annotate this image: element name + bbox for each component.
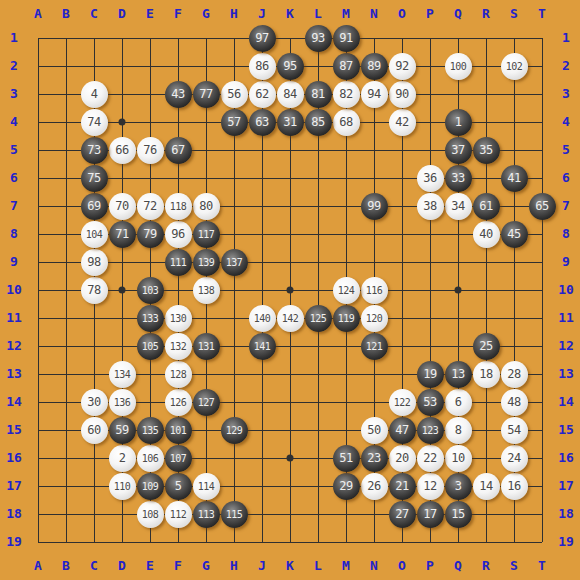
white-stone: 76 bbox=[137, 137, 164, 164]
move-number: 48 bbox=[507, 395, 520, 409]
black-stone: 35 bbox=[473, 137, 500, 164]
move-number: 79 bbox=[143, 227, 156, 241]
white-stone: 78 bbox=[81, 277, 108, 304]
move-number: 105 bbox=[142, 341, 159, 352]
move-number: 127 bbox=[198, 397, 215, 408]
move-number: 56 bbox=[227, 87, 240, 101]
black-stone: 59 bbox=[109, 417, 136, 444]
white-stone: 86 bbox=[249, 53, 276, 80]
black-stone: 141 bbox=[249, 333, 276, 360]
black-stone: 103 bbox=[137, 277, 164, 304]
white-stone: 8 bbox=[445, 417, 472, 444]
white-stone: 36 bbox=[417, 165, 444, 192]
move-number: 110 bbox=[114, 481, 131, 492]
move-number: 19 bbox=[423, 367, 436, 381]
black-stone: 87 bbox=[333, 53, 360, 80]
white-stone: 34 bbox=[445, 193, 472, 220]
white-stone: 134 bbox=[109, 361, 136, 388]
black-stone: 73 bbox=[81, 137, 108, 164]
white-stone: 116 bbox=[361, 277, 388, 304]
black-stone: 17 bbox=[417, 501, 444, 528]
move-number: 10 bbox=[451, 451, 464, 465]
white-stone: 6 bbox=[445, 389, 472, 416]
white-stone: 30 bbox=[81, 389, 108, 416]
black-stone: 79 bbox=[137, 221, 164, 248]
black-stone: 119 bbox=[333, 305, 360, 332]
white-stone: 50 bbox=[361, 417, 388, 444]
move-number: 70 bbox=[115, 199, 128, 213]
white-stone: 140 bbox=[249, 305, 276, 332]
black-stone: 27 bbox=[389, 501, 416, 528]
black-stone: 63 bbox=[249, 109, 276, 136]
black-stone: 105 bbox=[137, 333, 164, 360]
white-stone: 126 bbox=[165, 389, 192, 416]
white-stone: 138 bbox=[193, 277, 220, 304]
move-number: 66 bbox=[115, 143, 128, 157]
move-number: 137 bbox=[226, 257, 243, 268]
move-number: 80 bbox=[199, 199, 212, 213]
move-number: 73 bbox=[87, 143, 100, 157]
move-number: 31 bbox=[283, 115, 296, 129]
move-number: 15 bbox=[451, 507, 464, 521]
white-stone: 24 bbox=[501, 445, 528, 472]
move-number: 61 bbox=[479, 199, 492, 213]
white-stone: 12 bbox=[417, 473, 444, 500]
black-stone: 25 bbox=[473, 333, 500, 360]
move-number: 102 bbox=[506, 61, 523, 72]
move-number: 96 bbox=[171, 227, 184, 241]
black-stone: 93 bbox=[305, 25, 332, 52]
move-number: 33 bbox=[451, 171, 464, 185]
move-number: 12 bbox=[423, 479, 436, 493]
move-number: 95 bbox=[283, 59, 296, 73]
white-stone: 14 bbox=[473, 473, 500, 500]
white-stone: 112 bbox=[165, 501, 192, 528]
move-number: 68 bbox=[339, 115, 352, 129]
move-number: 59 bbox=[115, 423, 128, 437]
move-number: 132 bbox=[170, 341, 187, 352]
move-number: 27 bbox=[395, 507, 408, 521]
black-stone: 43 bbox=[165, 81, 192, 108]
move-number: 51 bbox=[339, 451, 352, 465]
black-stone: 89 bbox=[361, 53, 388, 80]
black-stone: 95 bbox=[277, 53, 304, 80]
black-stone: 129 bbox=[221, 417, 248, 444]
move-number: 119 bbox=[338, 313, 355, 324]
black-stone: 127 bbox=[193, 389, 220, 416]
white-stone: 136 bbox=[109, 389, 136, 416]
move-number: 65 bbox=[535, 199, 548, 213]
move-number: 17 bbox=[423, 507, 436, 521]
black-stone: 133 bbox=[137, 305, 164, 332]
black-stone: 107 bbox=[165, 445, 192, 472]
move-number: 77 bbox=[199, 87, 212, 101]
black-stone: 77 bbox=[193, 81, 220, 108]
star-point bbox=[455, 287, 462, 294]
move-number: 57 bbox=[227, 115, 240, 129]
move-number: 67 bbox=[171, 143, 184, 157]
move-number: 40 bbox=[479, 227, 492, 241]
black-stone: 125 bbox=[305, 305, 332, 332]
black-stone: 81 bbox=[305, 81, 332, 108]
white-stone: 130 bbox=[165, 305, 192, 332]
white-stone: 66 bbox=[109, 137, 136, 164]
move-number: 91 bbox=[339, 31, 352, 45]
black-stone: 111 bbox=[165, 249, 192, 276]
move-number: 125 bbox=[310, 313, 327, 324]
black-stone: 75 bbox=[81, 165, 108, 192]
black-stone: 123 bbox=[417, 417, 444, 444]
white-stone: 22 bbox=[417, 445, 444, 472]
move-number: 76 bbox=[143, 143, 156, 157]
move-number: 82 bbox=[339, 87, 352, 101]
move-number: 116 bbox=[366, 285, 383, 296]
move-number: 24 bbox=[507, 451, 520, 465]
move-number: 20 bbox=[395, 451, 408, 465]
move-number: 90 bbox=[395, 87, 408, 101]
move-number: 120 bbox=[366, 313, 383, 324]
star-point bbox=[119, 287, 126, 294]
black-stone: 5 bbox=[165, 473, 192, 500]
move-number: 21 bbox=[395, 479, 408, 493]
move-number: 126 bbox=[170, 397, 187, 408]
white-stone: 120 bbox=[361, 305, 388, 332]
black-stone: 65 bbox=[529, 193, 556, 220]
white-stone: 96 bbox=[165, 221, 192, 248]
black-stone: 135 bbox=[137, 417, 164, 444]
white-stone: 18 bbox=[473, 361, 500, 388]
move-number: 34 bbox=[451, 199, 464, 213]
move-number: 99 bbox=[367, 199, 380, 213]
black-stone: 33 bbox=[445, 165, 472, 192]
move-number: 16 bbox=[507, 479, 520, 493]
white-stone: 74 bbox=[81, 109, 108, 136]
move-number: 8 bbox=[455, 423, 462, 437]
go-game-diagram: ABCDEFGHJKLMNOPQRST ABCDEFGHJKLMNOPQRST … bbox=[0, 0, 580, 580]
black-stone: 21 bbox=[389, 473, 416, 500]
move-number: 112 bbox=[170, 509, 187, 520]
white-stone: 100 bbox=[445, 53, 472, 80]
move-number: 114 bbox=[198, 481, 215, 492]
white-stone: 92 bbox=[389, 53, 416, 80]
move-number: 62 bbox=[255, 87, 268, 101]
white-stone: 82 bbox=[333, 81, 360, 108]
white-stone: 80 bbox=[193, 193, 220, 220]
black-stone: 69 bbox=[81, 193, 108, 220]
black-stone: 113 bbox=[193, 501, 220, 528]
move-number: 47 bbox=[395, 423, 408, 437]
white-stone: 48 bbox=[501, 389, 528, 416]
move-number: 41 bbox=[507, 171, 520, 185]
move-number: 118 bbox=[170, 201, 187, 212]
move-number: 85 bbox=[311, 115, 324, 129]
move-number: 108 bbox=[142, 509, 159, 520]
black-stone: 47 bbox=[389, 417, 416, 444]
white-stone: 16 bbox=[501, 473, 528, 500]
white-stone: 132 bbox=[165, 333, 192, 360]
white-stone: 20 bbox=[389, 445, 416, 472]
move-number: 72 bbox=[143, 199, 156, 213]
move-number: 106 bbox=[142, 453, 159, 464]
move-number: 6 bbox=[455, 395, 462, 409]
white-stone: 38 bbox=[417, 193, 444, 220]
move-number: 139 bbox=[198, 257, 215, 268]
move-number: 92 bbox=[395, 59, 408, 73]
move-number: 23 bbox=[367, 451, 380, 465]
black-stone: 13 bbox=[445, 361, 472, 388]
move-number: 37 bbox=[451, 143, 464, 157]
move-number: 107 bbox=[170, 453, 187, 464]
move-number: 86 bbox=[255, 59, 268, 73]
white-stone: 62 bbox=[249, 81, 276, 108]
move-number: 111 bbox=[170, 257, 187, 268]
move-number: 84 bbox=[283, 87, 296, 101]
move-number: 22 bbox=[423, 451, 436, 465]
black-stone: 61 bbox=[473, 193, 500, 220]
black-stone: 117 bbox=[193, 221, 220, 248]
move-number: 60 bbox=[87, 423, 100, 437]
black-stone: 99 bbox=[361, 193, 388, 220]
black-stone: 97 bbox=[249, 25, 276, 52]
black-stone: 15 bbox=[445, 501, 472, 528]
move-number: 97 bbox=[255, 31, 268, 45]
white-stone: 4 bbox=[81, 81, 108, 108]
black-stone: 1 bbox=[445, 109, 472, 136]
white-stone: 54 bbox=[501, 417, 528, 444]
white-stone: 90 bbox=[389, 81, 416, 108]
move-number: 75 bbox=[87, 171, 100, 185]
move-number: 121 bbox=[366, 341, 383, 352]
move-number: 117 bbox=[198, 229, 215, 240]
black-stone: 19 bbox=[417, 361, 444, 388]
black-stone: 31 bbox=[277, 109, 304, 136]
move-number: 42 bbox=[395, 115, 408, 129]
black-stone: 53 bbox=[417, 389, 444, 416]
white-stone: 118 bbox=[165, 193, 192, 220]
move-number: 13 bbox=[451, 367, 464, 381]
white-stone: 72 bbox=[137, 193, 164, 220]
move-number: 131 bbox=[198, 341, 215, 352]
white-stone: 2 bbox=[109, 445, 136, 472]
black-stone: 37 bbox=[445, 137, 472, 164]
move-number: 54 bbox=[507, 423, 520, 437]
white-stone: 70 bbox=[109, 193, 136, 220]
move-number: 25 bbox=[479, 339, 492, 353]
move-number: 133 bbox=[142, 313, 159, 324]
white-stone: 68 bbox=[333, 109, 360, 136]
move-number: 2 bbox=[119, 451, 126, 465]
white-stone: 114 bbox=[193, 473, 220, 500]
black-stone: 51 bbox=[333, 445, 360, 472]
white-stone: 26 bbox=[361, 473, 388, 500]
white-stone: 94 bbox=[361, 81, 388, 108]
black-stone: 57 bbox=[221, 109, 248, 136]
black-stone: 67 bbox=[165, 137, 192, 164]
black-stone: 137 bbox=[221, 249, 248, 276]
white-stone: 128 bbox=[165, 361, 192, 388]
move-number: 134 bbox=[114, 369, 131, 380]
move-number: 94 bbox=[367, 87, 380, 101]
move-number: 63 bbox=[255, 115, 268, 129]
white-stone: 28 bbox=[501, 361, 528, 388]
move-number: 100 bbox=[450, 61, 467, 72]
black-stone: 23 bbox=[361, 445, 388, 472]
move-number: 78 bbox=[87, 283, 100, 297]
white-stone: 56 bbox=[221, 81, 248, 108]
white-stone: 124 bbox=[333, 277, 360, 304]
white-stone: 104 bbox=[81, 221, 108, 248]
move-number: 87 bbox=[339, 59, 352, 73]
white-stone: 40 bbox=[473, 221, 500, 248]
black-stone: 101 bbox=[165, 417, 192, 444]
move-number: 98 bbox=[87, 255, 100, 269]
move-number: 36 bbox=[423, 171, 436, 185]
move-number: 93 bbox=[311, 31, 324, 45]
star-point bbox=[287, 287, 294, 294]
black-stone: 71 bbox=[109, 221, 136, 248]
move-number: 124 bbox=[338, 285, 355, 296]
black-stone: 131 bbox=[193, 333, 220, 360]
move-number: 18 bbox=[479, 367, 492, 381]
star-point bbox=[119, 119, 126, 126]
move-number: 109 bbox=[142, 481, 159, 492]
move-number: 3 bbox=[455, 479, 462, 493]
move-number: 115 bbox=[226, 509, 243, 520]
move-number: 71 bbox=[115, 227, 128, 241]
move-number: 5 bbox=[175, 479, 182, 493]
move-number: 129 bbox=[226, 425, 243, 436]
black-stone: 109 bbox=[137, 473, 164, 500]
move-number: 103 bbox=[142, 285, 159, 296]
move-number: 89 bbox=[367, 59, 380, 73]
move-number: 45 bbox=[507, 227, 520, 241]
black-stone: 45 bbox=[501, 221, 528, 248]
white-stone: 60 bbox=[81, 417, 108, 444]
move-number: 38 bbox=[423, 199, 436, 213]
move-number: 28 bbox=[507, 367, 520, 381]
white-stone: 106 bbox=[137, 445, 164, 472]
move-number: 29 bbox=[339, 479, 352, 493]
white-stone: 142 bbox=[277, 305, 304, 332]
move-number: 141 bbox=[254, 341, 271, 352]
move-number: 135 bbox=[142, 425, 159, 436]
white-stone: 108 bbox=[137, 501, 164, 528]
white-stone: 98 bbox=[81, 249, 108, 276]
move-number: 53 bbox=[423, 395, 436, 409]
move-number: 30 bbox=[87, 395, 100, 409]
black-stone: 29 bbox=[333, 473, 360, 500]
white-stone: 110 bbox=[109, 473, 136, 500]
move-number: 101 bbox=[170, 425, 187, 436]
move-number: 128 bbox=[170, 369, 187, 380]
move-number: 138 bbox=[198, 285, 215, 296]
move-number: 74 bbox=[87, 115, 100, 129]
black-stone: 85 bbox=[305, 109, 332, 136]
move-number: 35 bbox=[479, 143, 492, 157]
white-stone: 42 bbox=[389, 109, 416, 136]
move-number: 14 bbox=[479, 479, 492, 493]
black-stone: 139 bbox=[193, 249, 220, 276]
black-stone: 91 bbox=[333, 25, 360, 52]
move-number: 104 bbox=[86, 229, 103, 240]
move-number: 26 bbox=[367, 479, 380, 493]
star-point bbox=[287, 455, 294, 462]
move-number: 50 bbox=[367, 423, 380, 437]
white-stone: 122 bbox=[389, 389, 416, 416]
move-number: 142 bbox=[282, 313, 299, 324]
move-number: 130 bbox=[170, 313, 187, 324]
move-number: 123 bbox=[422, 425, 439, 436]
move-number: 113 bbox=[198, 509, 215, 520]
move-number: 69 bbox=[87, 199, 100, 213]
black-stone: 121 bbox=[361, 333, 388, 360]
move-number: 122 bbox=[394, 397, 411, 408]
move-number: 43 bbox=[171, 87, 184, 101]
move-number: 136 bbox=[114, 397, 131, 408]
move-number: 4 bbox=[91, 87, 98, 101]
white-stone: 84 bbox=[277, 81, 304, 108]
black-stone: 3 bbox=[445, 473, 472, 500]
move-number: 1 bbox=[455, 115, 462, 129]
white-stone: 10 bbox=[445, 445, 472, 472]
black-stone: 41 bbox=[501, 165, 528, 192]
move-number: 140 bbox=[254, 313, 271, 324]
move-number: 81 bbox=[311, 87, 324, 101]
black-stone: 115 bbox=[221, 501, 248, 528]
white-stone: 102 bbox=[501, 53, 528, 80]
